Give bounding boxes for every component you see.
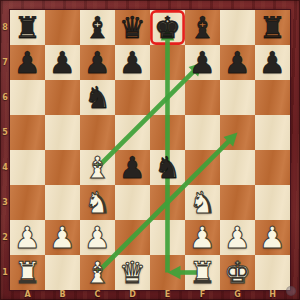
piece-black-bishop-f8[interactable]: ♝ — [185, 10, 220, 45]
piece-white-pawn-c2[interactable]: ♟ — [80, 220, 115, 255]
piece-white-king-g1[interactable]: ♚ — [220, 255, 255, 290]
piece-black-queen-d8[interactable]: ♛ — [115, 10, 150, 45]
piece-black-pawn-d4[interactable]: ♟ — [115, 150, 150, 185]
piece-white-pawn-b2[interactable]: ♟ — [45, 220, 80, 255]
piece-layer: ♜♝♛♚♝♜♟♟♟♟♟♟♟♞♝♟♞♞♞♟♟♟♟♟♟♜♝♛♜♚ — [0, 0, 300, 300]
piece-black-pawn-c7[interactable]: ♟ — [80, 45, 115, 80]
piece-black-pawn-h7[interactable]: ♟ — [255, 45, 290, 80]
piece-white-knight-c3[interactable]: ♞ — [80, 185, 115, 220]
piece-white-pawn-g2[interactable]: ♟ — [220, 220, 255, 255]
piece-white-rook-a1[interactable]: ♜ — [10, 255, 45, 290]
piece-black-rook-a8[interactable]: ♜ — [10, 10, 45, 45]
piece-white-bishop-c4[interactable]: ♝ — [80, 150, 115, 185]
piece-white-knight-f3[interactable]: ♞ — [185, 185, 220, 220]
piece-white-rook-f1[interactable]: ♜ — [185, 255, 220, 290]
piece-white-pawn-a2[interactable]: ♟ — [10, 220, 45, 255]
piece-white-pawn-h2[interactable]: ♟ — [255, 220, 290, 255]
piece-white-queen-d1[interactable]: ♛ — [115, 255, 150, 290]
piece-black-pawn-b7[interactable]: ♟ — [45, 45, 80, 80]
piece-black-knight-e4[interactable]: ♞ — [150, 150, 185, 185]
watermark-dot — [286, 286, 296, 296]
piece-black-pawn-d7[interactable]: ♟ — [115, 45, 150, 80]
piece-black-rook-h8[interactable]: ♜ — [255, 10, 290, 45]
piece-black-bishop-c8[interactable]: ♝ — [80, 10, 115, 45]
piece-black-pawn-g7[interactable]: ♟ — [220, 45, 255, 80]
piece-black-king-e8[interactable]: ♚ — [150, 10, 185, 45]
piece-black-pawn-f7[interactable]: ♟ — [185, 45, 220, 80]
piece-white-pawn-f2[interactable]: ♟ — [185, 220, 220, 255]
piece-white-bishop-c1[interactable]: ♝ — [80, 255, 115, 290]
piece-black-knight-c6[interactable]: ♞ — [80, 80, 115, 115]
piece-black-pawn-a7[interactable]: ♟ — [10, 45, 45, 80]
chess-board-screenshot: 87654321 ABCDEFGH ♜♝♛♚♝♜♟♟♟♟♟♟♟♞♝♟♞♞♞♟♟♟… — [0, 0, 300, 300]
